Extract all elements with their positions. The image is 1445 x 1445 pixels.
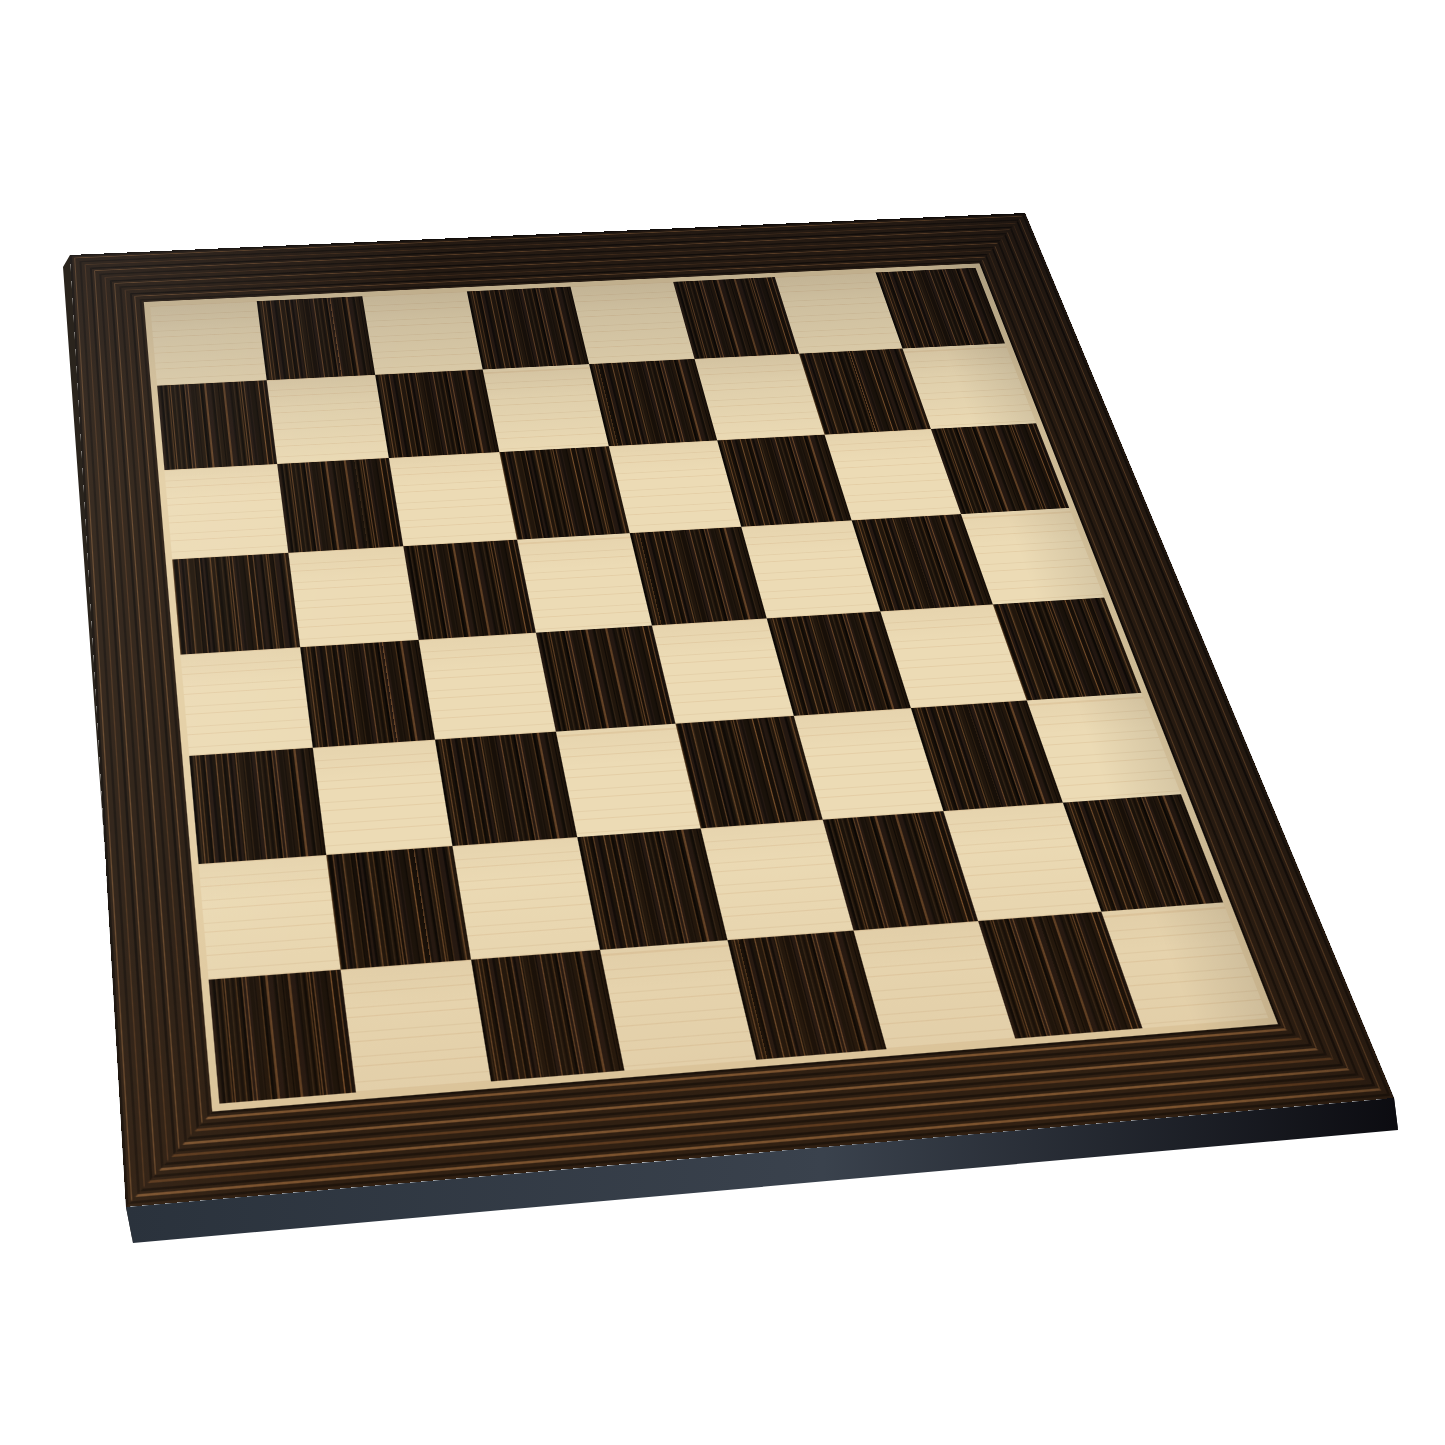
square-a5 xyxy=(172,553,300,655)
square-a3 xyxy=(189,748,326,864)
square-b4 xyxy=(300,640,435,748)
square-c5 xyxy=(403,540,536,640)
square-d5 xyxy=(517,533,652,632)
square-c2 xyxy=(452,837,600,960)
square-d4 xyxy=(536,625,676,731)
square-a7 xyxy=(157,380,277,470)
square-a8 xyxy=(150,301,266,386)
squares-grid xyxy=(150,268,1268,1104)
square-c4 xyxy=(419,633,556,740)
square-b6 xyxy=(277,458,403,553)
square-b1 xyxy=(341,960,491,1093)
square-b3 xyxy=(313,740,453,855)
square-c6 xyxy=(389,452,517,546)
square-a1 xyxy=(209,970,356,1104)
square-a2 xyxy=(199,855,341,980)
square-b7 xyxy=(267,375,389,464)
square-d8 xyxy=(467,287,589,370)
square-a4 xyxy=(180,647,312,756)
square-c7 xyxy=(375,369,499,458)
square-c1 xyxy=(471,950,624,1082)
product-photo-scene xyxy=(0,0,1445,1445)
square-c8 xyxy=(362,291,482,374)
square-d7 xyxy=(483,364,609,452)
square-b8 xyxy=(257,296,375,380)
square-d6 xyxy=(499,446,629,539)
square-b2 xyxy=(326,846,471,970)
square-a6 xyxy=(164,464,288,560)
square-c3 xyxy=(435,732,577,846)
square-b5 xyxy=(288,546,418,647)
